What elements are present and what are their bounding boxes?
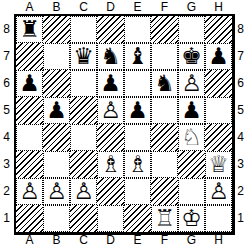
square-h4[interactable]	[205, 124, 232, 151]
file-label-d: D	[97, 0, 124, 13]
chess-diagram: ABCDEFGH 87654321 ♜♛♞♝♚♟♟♟♞♙♟♙♟♟♘♗♗♕♙♙♙♙…	[0, 0, 246, 246]
file-label-g: G	[178, 0, 205, 13]
square-f4[interactable]	[151, 124, 178, 151]
square-h2[interactable]: ♙	[205, 178, 232, 205]
rank-label-7: 7	[235, 43, 246, 70]
file-label-a: A	[16, 235, 43, 246]
rank-labels-right: 87654321	[235, 16, 246, 232]
square-b8[interactable]	[43, 16, 70, 43]
rank-label-5: 5	[235, 97, 246, 124]
chess-board: ♜♛♞♝♚♟♟♟♞♙♟♙♟♟♘♗♗♕♙♙♙♙♖♔	[14, 14, 235, 235]
square-g7[interactable]: ♚	[178, 43, 205, 70]
rank-labels-left: 87654321	[0, 16, 13, 232]
piece-white-rook: ♖	[152, 206, 177, 231]
square-c6[interactable]	[70, 70, 97, 97]
piece-black-rook: ♜	[17, 17, 42, 42]
square-e6[interactable]	[124, 70, 151, 97]
square-g6[interactable]: ♙	[178, 70, 205, 97]
rank-label-4: 4	[235, 124, 246, 151]
square-f7[interactable]	[151, 43, 178, 70]
square-g5[interactable]: ♟	[178, 97, 205, 124]
file-label-a: A	[16, 0, 43, 13]
piece-black-pawn: ♟	[97, 70, 124, 97]
square-h3[interactable]: ♕	[205, 151, 232, 178]
square-f6[interactable]: ♞	[151, 70, 178, 97]
file-labels-top: ABCDEFGH	[16, 0, 232, 13]
square-b5[interactable]: ♟	[43, 97, 70, 124]
square-b1[interactable]	[43, 205, 70, 232]
square-a7[interactable]	[16, 43, 43, 70]
square-a2[interactable]: ♙	[16, 178, 43, 205]
square-d7[interactable]: ♞	[97, 43, 124, 70]
piece-white-pawn: ♙	[43, 178, 70, 205]
square-d2[interactable]	[97, 178, 124, 205]
square-g3[interactable]	[178, 151, 205, 178]
piece-white-pawn: ♙	[71, 179, 96, 204]
square-f1[interactable]: ♖	[151, 205, 178, 232]
file-label-f: F	[151, 0, 178, 13]
piece-white-bishop: ♗	[98, 152, 123, 177]
square-d3[interactable]: ♗	[97, 151, 124, 178]
piece-black-queen: ♛	[70, 43, 97, 70]
square-f5[interactable]	[151, 97, 178, 124]
rank-label-1: 1	[235, 205, 246, 232]
square-f2[interactable]	[151, 178, 178, 205]
file-label-d: D	[97, 235, 124, 246]
square-e1[interactable]	[124, 205, 151, 232]
square-a3[interactable]	[16, 151, 43, 178]
square-h5[interactable]	[205, 97, 232, 124]
square-h1[interactable]	[205, 205, 232, 232]
square-e5[interactable]: ♟	[124, 97, 151, 124]
square-d5[interactable]: ♙	[97, 97, 124, 124]
rank-label-4: 4	[0, 124, 13, 151]
piece-white-king: ♔	[178, 205, 205, 232]
piece-black-pawn: ♟	[178, 97, 205, 124]
square-e8[interactable]	[124, 16, 151, 43]
square-c5[interactable]	[70, 97, 97, 124]
square-c4[interactable]	[70, 124, 97, 151]
file-label-h: H	[205, 0, 232, 13]
square-b4[interactable]	[43, 124, 70, 151]
square-a8[interactable]: ♜	[16, 16, 43, 43]
piece-white-pawn: ♙	[98, 98, 123, 123]
piece-black-pawn: ♟	[206, 44, 231, 69]
square-f8[interactable]	[151, 16, 178, 43]
rank-label-7: 7	[0, 43, 13, 70]
square-g1[interactable]: ♔	[178, 205, 205, 232]
rank-label-3: 3	[0, 151, 13, 178]
file-label-e: E	[124, 235, 151, 246]
piece-black-king: ♚	[178, 43, 205, 70]
square-h8[interactable]	[205, 16, 232, 43]
square-d8[interactable]	[97, 16, 124, 43]
square-a4[interactable]	[16, 124, 43, 151]
square-b2[interactable]: ♙	[43, 178, 70, 205]
piece-white-knight: ♘	[179, 125, 204, 150]
piece-black-pawn: ♟	[124, 97, 151, 124]
file-label-h: H	[205, 235, 232, 246]
piece-black-bishop: ♝	[124, 43, 151, 70]
rank-label-1: 1	[0, 205, 13, 232]
square-e2[interactable]	[124, 178, 151, 205]
file-label-c: C	[70, 235, 97, 246]
file-label-e: E	[124, 0, 151, 13]
square-f3[interactable]	[151, 151, 178, 178]
rank-label-5: 5	[0, 97, 13, 124]
square-a6[interactable]: ♟	[16, 70, 43, 97]
file-label-f: F	[151, 235, 178, 246]
square-e3[interactable]: ♗	[124, 151, 151, 178]
square-d6[interactable]: ♟	[97, 70, 124, 97]
piece-black-knight: ♞	[98, 44, 123, 69]
square-c2[interactable]: ♙	[70, 178, 97, 205]
rank-label-6: 6	[235, 70, 246, 97]
file-label-g: G	[178, 235, 205, 246]
file-label-c: C	[70, 0, 97, 13]
square-g8[interactable]	[178, 16, 205, 43]
piece-white-bishop: ♗	[124, 151, 151, 178]
square-a5[interactable]	[16, 97, 43, 124]
square-b3[interactable]	[43, 151, 70, 178]
rank-label-2: 2	[0, 178, 13, 205]
square-d1[interactable]	[97, 205, 124, 232]
file-labels-bottom: ABCDEFGH	[16, 235, 232, 246]
piece-white-queen: ♕	[206, 152, 231, 177]
square-b7[interactable]	[43, 43, 70, 70]
rank-label-6: 6	[0, 70, 13, 97]
rank-label-8: 8	[0, 16, 13, 43]
rank-label-8: 8	[235, 16, 246, 43]
square-b6[interactable]	[43, 70, 70, 97]
piece-white-pawn: ♙	[205, 178, 232, 205]
square-c1[interactable]	[70, 205, 97, 232]
square-d4[interactable]	[97, 124, 124, 151]
rank-label-2: 2	[235, 178, 246, 205]
piece-white-pawn: ♙	[179, 71, 204, 96]
piece-black-knight: ♞	[151, 70, 178, 97]
square-c8[interactable]	[70, 16, 97, 43]
piece-white-pawn: ♙	[17, 179, 42, 204]
piece-black-pawn: ♟	[44, 98, 69, 123]
square-c7[interactable]: ♛	[70, 43, 97, 70]
square-h6[interactable]	[205, 70, 232, 97]
square-c3[interactable]	[70, 151, 97, 178]
square-a1[interactable]	[16, 205, 43, 232]
file-label-b: B	[43, 235, 70, 246]
square-e4[interactable]	[124, 124, 151, 151]
square-g2[interactable]	[178, 178, 205, 205]
rank-label-3: 3	[235, 151, 246, 178]
square-h7[interactable]: ♟	[205, 43, 232, 70]
square-g4[interactable]: ♘	[178, 124, 205, 151]
square-e7[interactable]: ♝	[124, 43, 151, 70]
file-label-b: B	[43, 0, 70, 13]
piece-black-pawn: ♟	[17, 71, 42, 96]
